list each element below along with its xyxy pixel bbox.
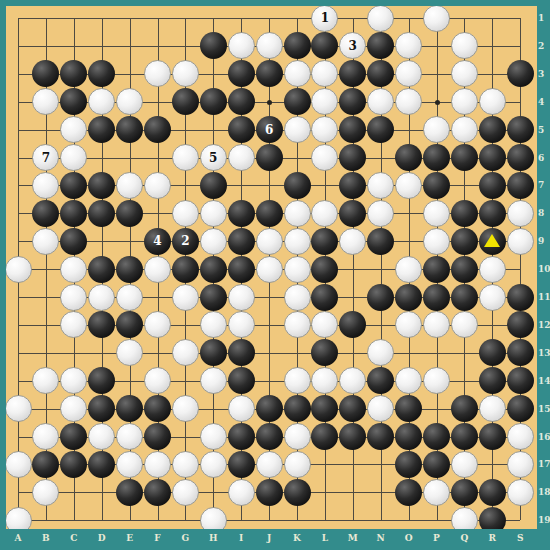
stone-black-C7[interactable] xyxy=(60,172,87,199)
stone-black-R5[interactable] xyxy=(479,116,506,143)
stone-black-B8[interactable] xyxy=(32,200,59,227)
stone-white-A19[interactable] xyxy=(6,507,32,529)
stone-white-Q3[interactable] xyxy=(451,60,478,87)
stone-white-O14[interactable] xyxy=(395,367,422,394)
stone-black-J5[interactable]: 6 xyxy=(256,116,283,143)
row-label: 18 xyxy=(538,487,550,497)
stone-black-N16[interactable] xyxy=(367,423,394,450)
stone-white-B7[interactable] xyxy=(32,172,59,199)
stone-black-H11[interactable] xyxy=(200,284,227,311)
stone-black-P6[interactable] xyxy=(423,144,450,171)
stone-white-D11[interactable] xyxy=(88,284,115,311)
row-label: 14 xyxy=(538,376,550,386)
move-number-label: 2 xyxy=(181,235,189,247)
stone-white-B9[interactable] xyxy=(32,228,59,255)
column-label: L xyxy=(315,533,335,543)
stone-white-L5[interactable] xyxy=(311,116,338,143)
stone-black-I14[interactable] xyxy=(228,367,255,394)
stone-white-I18[interactable] xyxy=(228,479,255,506)
stone-black-F18[interactable] xyxy=(144,479,171,506)
column-label: G xyxy=(175,533,195,543)
stone-white-N8[interactable] xyxy=(367,200,394,227)
stone-black-H2[interactable] xyxy=(200,32,227,59)
column-label: A xyxy=(8,533,28,543)
stone-white-R10[interactable] xyxy=(479,256,506,283)
stone-black-R16[interactable] xyxy=(479,423,506,450)
stone-black-Q6[interactable] xyxy=(451,144,478,171)
stone-white-Q19[interactable] xyxy=(451,507,478,529)
row-label: 15 xyxy=(538,404,550,414)
stone-black-L9[interactable] xyxy=(311,228,338,255)
stone-white-E4[interactable] xyxy=(116,88,143,115)
stone-white-O4[interactable] xyxy=(395,88,422,115)
stone-black-L11[interactable] xyxy=(311,284,338,311)
row-label: 1 xyxy=(538,13,550,23)
stone-black-I9[interactable] xyxy=(228,228,255,255)
grid-line-horizontal xyxy=(18,353,520,354)
stone-black-K7[interactable] xyxy=(284,172,311,199)
column-label: H xyxy=(203,533,223,543)
stone-white-O10[interactable] xyxy=(395,256,422,283)
stone-black-Q10[interactable] xyxy=(451,256,478,283)
stone-black-M3[interactable] xyxy=(339,60,366,87)
stone-white-F12[interactable] xyxy=(144,311,171,338)
column-label: S xyxy=(510,533,530,543)
row-label: 5 xyxy=(538,125,550,135)
stone-black-E8[interactable] xyxy=(116,200,143,227)
column-label: O xyxy=(399,533,419,543)
row-label: 16 xyxy=(538,432,550,442)
column-label: D xyxy=(92,533,112,543)
stone-black-D14[interactable] xyxy=(88,367,115,394)
stone-black-D3[interactable] xyxy=(88,60,115,87)
stone-black-I4[interactable] xyxy=(228,88,255,115)
stone-black-R18[interactable] xyxy=(479,479,506,506)
stone-black-P17[interactable] xyxy=(423,451,450,478)
stone-black-M6[interactable] xyxy=(339,144,366,171)
stone-black-Q9[interactable] xyxy=(451,228,478,255)
column-label: N xyxy=(371,533,391,543)
stone-black-J3[interactable] xyxy=(256,60,283,87)
stone-white-Q4[interactable] xyxy=(451,88,478,115)
stone-black-M7[interactable] xyxy=(339,172,366,199)
stone-black-I8[interactable] xyxy=(228,200,255,227)
stone-black-I13[interactable] xyxy=(228,339,255,366)
stone-white-G11[interactable] xyxy=(172,284,199,311)
stone-black-O6[interactable] xyxy=(395,144,422,171)
stone-black-L10[interactable] xyxy=(311,256,338,283)
stone-white-H6[interactable]: 5 xyxy=(200,144,227,171)
go-game-screenshot: 1367542 ABCDEFGHIJKLMNOPQRS1234567891011… xyxy=(0,0,550,550)
stone-white-A17[interactable] xyxy=(6,451,32,478)
stone-black-O17[interactable] xyxy=(395,451,422,478)
stone-white-K12[interactable] xyxy=(284,311,311,338)
stone-white-F7[interactable] xyxy=(144,172,171,199)
stone-white-K9[interactable] xyxy=(284,228,311,255)
row-label: 17 xyxy=(538,459,550,469)
stone-white-O3[interactable] xyxy=(395,60,422,87)
stone-black-Q15[interactable] xyxy=(451,395,478,422)
stone-white-J9[interactable] xyxy=(256,228,283,255)
stone-white-L12[interactable] xyxy=(311,311,338,338)
stone-white-C14[interactable] xyxy=(60,367,87,394)
stone-black-N11[interactable] xyxy=(367,284,394,311)
stone-black-I16[interactable] xyxy=(228,423,255,450)
grid-line-horizontal xyxy=(18,520,520,521)
move-number-label: 6 xyxy=(265,124,273,136)
stone-white-B14[interactable] xyxy=(32,367,59,394)
stone-white-N13[interactable] xyxy=(367,339,394,366)
stone-black-Q8[interactable] xyxy=(451,200,478,227)
stone-black-I10[interactable] xyxy=(228,256,255,283)
stone-black-S13[interactable] xyxy=(507,339,534,366)
stone-black-M16[interactable] xyxy=(339,423,366,450)
stone-black-S7[interactable] xyxy=(507,172,534,199)
stone-white-C12[interactable] xyxy=(60,311,87,338)
stone-white-J2[interactable] xyxy=(256,32,283,59)
stone-white-H16[interactable] xyxy=(200,423,227,450)
stone-black-P7[interactable] xyxy=(423,172,450,199)
stone-white-O7[interactable] xyxy=(395,172,422,199)
row-label: 11 xyxy=(538,292,550,302)
stone-white-C15[interactable] xyxy=(60,395,87,422)
stone-black-S14[interactable] xyxy=(507,367,534,394)
stone-black-O16[interactable] xyxy=(395,423,422,450)
row-label: 8 xyxy=(538,208,550,218)
stone-white-E16[interactable] xyxy=(116,423,143,450)
stone-white-H14[interactable] xyxy=(200,367,227,394)
column-label: J xyxy=(259,533,279,543)
stone-white-P9[interactable] xyxy=(423,228,450,255)
stone-white-Q12[interactable] xyxy=(451,311,478,338)
row-label: 12 xyxy=(538,320,550,330)
stone-black-M5[interactable] xyxy=(339,116,366,143)
stone-black-G10[interactable] xyxy=(172,256,199,283)
stone-black-D17[interactable] xyxy=(88,451,115,478)
stone-black-L13[interactable] xyxy=(311,339,338,366)
stone-black-N5[interactable] xyxy=(367,116,394,143)
stone-black-K2[interactable] xyxy=(284,32,311,59)
stone-black-F16[interactable] xyxy=(144,423,171,450)
stone-white-D16[interactable] xyxy=(88,423,115,450)
stone-black-C8[interactable] xyxy=(60,200,87,227)
stone-black-N2[interactable] xyxy=(367,32,394,59)
stone-white-F10[interactable] xyxy=(144,256,171,283)
stone-black-R7[interactable] xyxy=(479,172,506,199)
stone-black-P10[interactable] xyxy=(423,256,450,283)
stone-white-I11[interactable] xyxy=(228,284,255,311)
stone-black-D12[interactable] xyxy=(88,311,115,338)
stone-white-R4[interactable] xyxy=(479,88,506,115)
row-label: 6 xyxy=(538,153,550,163)
stone-white-D4[interactable] xyxy=(88,88,115,115)
stone-white-L8[interactable] xyxy=(311,200,338,227)
stone-black-P16[interactable] xyxy=(423,423,450,450)
stone-white-C5[interactable] xyxy=(60,116,87,143)
stone-black-F9[interactable]: 4 xyxy=(144,228,171,255)
stone-black-I5[interactable] xyxy=(228,116,255,143)
column-label: P xyxy=(427,533,447,543)
column-label: R xyxy=(482,533,502,543)
column-label: M xyxy=(343,533,363,543)
stone-white-O2[interactable] xyxy=(395,32,422,59)
stone-black-R6[interactable] xyxy=(479,144,506,171)
stone-white-A10[interactable] xyxy=(6,256,32,283)
stone-white-M14[interactable] xyxy=(339,367,366,394)
stone-white-S17[interactable] xyxy=(507,451,534,478)
stone-black-S5[interactable] xyxy=(507,116,534,143)
stone-black-G9[interactable]: 2 xyxy=(172,228,199,255)
column-label: C xyxy=(64,533,84,543)
stone-black-J6[interactable] xyxy=(256,144,283,171)
stone-white-C11[interactable] xyxy=(60,284,87,311)
stone-black-I17[interactable] xyxy=(228,451,255,478)
stone-black-L2[interactable] xyxy=(311,32,338,59)
column-label: F xyxy=(148,533,168,543)
stone-white-G3[interactable] xyxy=(172,60,199,87)
stone-white-G18[interactable] xyxy=(172,479,199,506)
stone-white-H17[interactable] xyxy=(200,451,227,478)
stone-black-R8[interactable] xyxy=(479,200,506,227)
stone-white-K5[interactable] xyxy=(284,116,311,143)
stone-black-L16[interactable] xyxy=(311,423,338,450)
row-label: 19 xyxy=(538,515,550,525)
triangle-marker xyxy=(484,234,500,247)
stone-white-N15[interactable] xyxy=(367,395,394,422)
stone-white-H19[interactable] xyxy=(200,507,227,529)
stone-white-I6[interactable] xyxy=(228,144,255,171)
stone-white-G17[interactable] xyxy=(172,451,199,478)
stone-white-S16[interactable] xyxy=(507,423,534,450)
stone-white-S9[interactable] xyxy=(507,228,534,255)
stone-white-K14[interactable] xyxy=(284,367,311,394)
stone-black-D5[interactable] xyxy=(88,116,115,143)
column-label: E xyxy=(120,533,140,543)
stone-white-P8[interactable] xyxy=(423,200,450,227)
stone-white-Q17[interactable] xyxy=(451,451,478,478)
stone-black-S11[interactable] xyxy=(507,284,534,311)
stone-white-K8[interactable] xyxy=(284,200,311,227)
stone-white-G15[interactable] xyxy=(172,395,199,422)
row-label: 3 xyxy=(538,69,550,79)
stone-white-B16[interactable] xyxy=(32,423,59,450)
stone-black-F5[interactable] xyxy=(144,116,171,143)
stone-white-N1[interactable] xyxy=(367,6,394,32)
stone-black-H10[interactable] xyxy=(200,256,227,283)
stone-black-M4[interactable] xyxy=(339,88,366,115)
stone-white-L3[interactable] xyxy=(311,60,338,87)
stone-white-H8[interactable] xyxy=(200,200,227,227)
stone-black-I3[interactable] xyxy=(228,60,255,87)
stone-white-K16[interactable] xyxy=(284,423,311,450)
stone-black-J18[interactable] xyxy=(256,479,283,506)
stone-white-K10[interactable] xyxy=(284,256,311,283)
stone-black-N14[interactable] xyxy=(367,367,394,394)
stone-white-E17[interactable] xyxy=(116,451,143,478)
stone-black-N9[interactable] xyxy=(367,228,394,255)
stone-black-J15[interactable] xyxy=(256,395,283,422)
stone-white-H12[interactable] xyxy=(200,311,227,338)
stone-white-L1[interactable]: 1 xyxy=(311,6,338,32)
stone-white-J10[interactable] xyxy=(256,256,283,283)
stone-black-Q11[interactable] xyxy=(451,284,478,311)
stone-white-G13[interactable] xyxy=(172,339,199,366)
stone-white-E11[interactable] xyxy=(116,284,143,311)
move-number-label: 4 xyxy=(153,235,161,247)
column-label: B xyxy=(36,533,56,543)
stone-white-L6[interactable] xyxy=(311,144,338,171)
row-label: 4 xyxy=(538,97,550,107)
row-label: 13 xyxy=(538,348,550,358)
stone-white-I12[interactable] xyxy=(228,311,255,338)
stone-white-S18[interactable] xyxy=(507,479,534,506)
stone-black-D8[interactable] xyxy=(88,200,115,227)
stone-white-O12[interactable] xyxy=(395,311,422,338)
stone-black-K15[interactable] xyxy=(284,395,311,422)
hoshi-point xyxy=(435,100,440,105)
stone-black-D15[interactable] xyxy=(88,395,115,422)
stone-white-F3[interactable] xyxy=(144,60,171,87)
stone-black-J8[interactable] xyxy=(256,200,283,227)
stone-black-C16[interactable] xyxy=(60,423,87,450)
stone-black-R19[interactable] xyxy=(479,507,506,529)
go-board[interactable]: 1367542 xyxy=(6,6,537,529)
row-label: 9 xyxy=(538,236,550,246)
stone-black-E15[interactable] xyxy=(116,395,143,422)
stone-black-O18[interactable] xyxy=(395,479,422,506)
stone-white-F14[interactable] xyxy=(144,367,171,394)
stone-white-L4[interactable] xyxy=(311,88,338,115)
move-number-label: 1 xyxy=(321,12,329,24)
stone-white-Q5[interactable] xyxy=(451,116,478,143)
stone-black-H4[interactable] xyxy=(200,88,227,115)
stone-black-Q18[interactable] xyxy=(451,479,478,506)
stone-black-P11[interactable] xyxy=(423,284,450,311)
stone-white-M2[interactable]: 3 xyxy=(339,32,366,59)
stone-black-B3[interactable] xyxy=(32,60,59,87)
stone-white-P18[interactable] xyxy=(423,479,450,506)
row-label: 7 xyxy=(538,180,550,190)
stone-black-S3[interactable] xyxy=(507,60,534,87)
stone-white-I15[interactable] xyxy=(228,395,255,422)
stone-black-R13[interactable] xyxy=(479,339,506,366)
stone-black-H7[interactable] xyxy=(200,172,227,199)
stone-white-F17[interactable] xyxy=(144,451,171,478)
column-label: I xyxy=(231,533,251,543)
column-label: Q xyxy=(454,533,474,543)
stone-black-S6[interactable] xyxy=(507,144,534,171)
stone-white-J17[interactable] xyxy=(256,451,283,478)
move-number-label: 3 xyxy=(349,40,357,52)
stone-white-K11[interactable] xyxy=(284,284,311,311)
stone-black-O15[interactable] xyxy=(395,395,422,422)
stone-black-F15[interactable] xyxy=(144,395,171,422)
stone-white-P5[interactable] xyxy=(423,116,450,143)
stone-black-E18[interactable] xyxy=(116,479,143,506)
stone-white-R11[interactable] xyxy=(479,284,506,311)
stone-black-G4[interactable] xyxy=(172,88,199,115)
stone-white-G6[interactable] xyxy=(172,144,199,171)
stone-black-E5[interactable] xyxy=(116,116,143,143)
stone-black-N3[interactable] xyxy=(367,60,394,87)
stone-white-Q2[interactable] xyxy=(451,32,478,59)
stone-black-B17[interactable] xyxy=(32,451,59,478)
stone-black-C17[interactable] xyxy=(60,451,87,478)
stone-white-P1[interactable] xyxy=(423,6,450,32)
column-label: K xyxy=(287,533,307,543)
stone-black-K18[interactable] xyxy=(284,479,311,506)
stone-white-S8[interactable] xyxy=(507,200,534,227)
stone-black-H13[interactable] xyxy=(200,339,227,366)
stone-black-E12[interactable] xyxy=(116,311,143,338)
stone-white-G8[interactable] xyxy=(172,200,199,227)
stone-black-J16[interactable] xyxy=(256,423,283,450)
move-number-label: 7 xyxy=(42,152,50,164)
stone-white-M9[interactable] xyxy=(339,228,366,255)
stone-white-H9[interactable] xyxy=(200,228,227,255)
stone-white-P14[interactable] xyxy=(423,367,450,394)
stone-black-D10[interactable] xyxy=(88,256,115,283)
row-label: 10 xyxy=(538,264,550,274)
stone-black-O11[interactable] xyxy=(395,284,422,311)
move-number-label: 5 xyxy=(209,152,217,164)
stone-black-S12[interactable] xyxy=(507,311,534,338)
stone-black-L15[interactable] xyxy=(311,395,338,422)
stone-black-M8[interactable] xyxy=(339,200,366,227)
row-label: 2 xyxy=(538,41,550,51)
stone-white-B6[interactable]: 7 xyxy=(32,144,59,171)
stone-white-B4[interactable] xyxy=(32,88,59,115)
stone-white-L14[interactable] xyxy=(311,367,338,394)
stone-white-E7[interactable] xyxy=(116,172,143,199)
stone-black-Q16[interactable] xyxy=(451,423,478,450)
stone-black-S15[interactable] xyxy=(507,395,534,422)
stone-white-A15[interactable] xyxy=(6,395,32,422)
stone-black-M15[interactable] xyxy=(339,395,366,422)
stone-black-M12[interactable] xyxy=(339,311,366,338)
stone-white-K17[interactable] xyxy=(284,451,311,478)
stone-black-C4[interactable] xyxy=(60,88,87,115)
stone-white-C6[interactable] xyxy=(60,144,87,171)
stone-black-D7[interactable] xyxy=(88,172,115,199)
stone-white-I2[interactable] xyxy=(228,32,255,59)
hoshi-point xyxy=(267,100,272,105)
stone-white-R15[interactable] xyxy=(479,395,506,422)
stone-black-C3[interactable] xyxy=(60,60,87,87)
stone-white-P12[interactable] xyxy=(423,311,450,338)
stone-white-K3[interactable] xyxy=(284,60,311,87)
stone-white-N7[interactable] xyxy=(367,172,394,199)
stone-black-R14[interactable] xyxy=(479,367,506,394)
stone-black-C9[interactable] xyxy=(60,228,87,255)
stone-white-E13[interactable] xyxy=(116,339,143,366)
stone-black-E10[interactable] xyxy=(116,256,143,283)
stone-white-N4[interactable] xyxy=(367,88,394,115)
stone-black-K4[interactable] xyxy=(284,88,311,115)
stone-white-B18[interactable] xyxy=(32,479,59,506)
stone-white-C10[interactable] xyxy=(60,256,87,283)
